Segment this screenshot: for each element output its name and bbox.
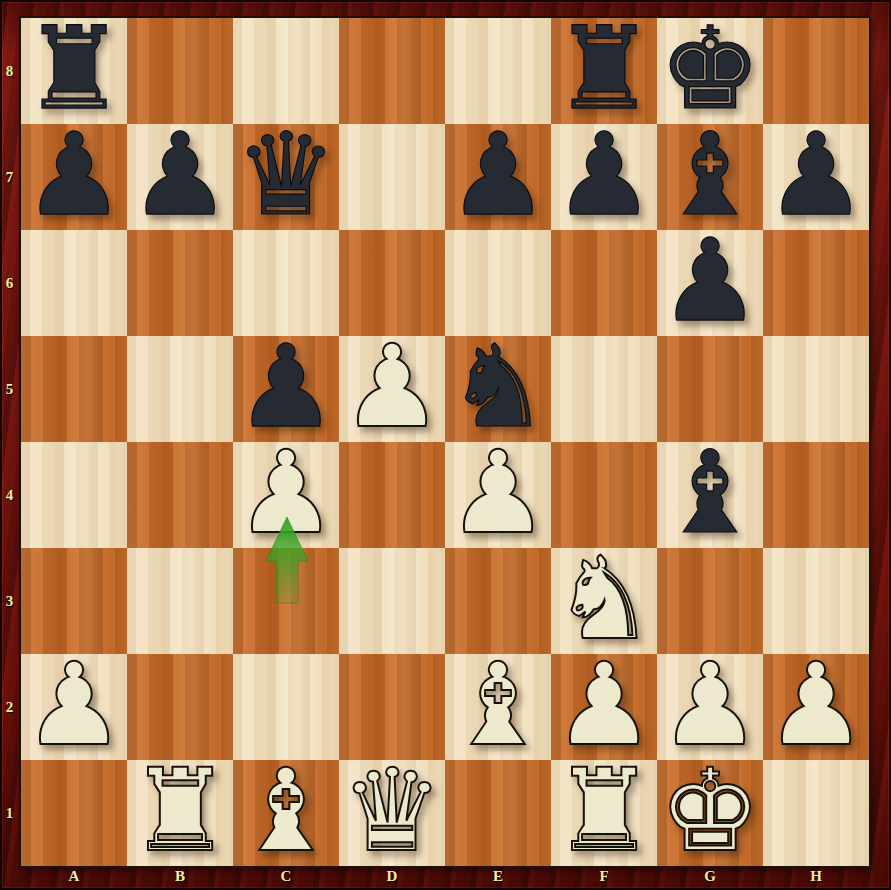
square-a6[interactable] bbox=[21, 230, 127, 336]
piece-black-knight-e5[interactable]: ♞ bbox=[447, 334, 549, 440]
square-h7[interactable]: ♟ bbox=[763, 124, 869, 230]
square-c4[interactable]: ♟ bbox=[233, 442, 339, 548]
square-g6[interactable]: ♟ bbox=[657, 230, 763, 336]
square-c1[interactable]: ♝ bbox=[233, 760, 339, 866]
square-h1[interactable] bbox=[763, 760, 869, 866]
piece-white-pawn-a2[interactable]: ♟ bbox=[23, 652, 125, 758]
square-b1[interactable]: ♜ bbox=[127, 760, 233, 866]
file-label-g: G bbox=[704, 868, 716, 885]
piece-white-knight-f3[interactable]: ♞ bbox=[553, 546, 655, 652]
piece-white-pawn-c4[interactable]: ♟ bbox=[235, 440, 337, 546]
square-a5[interactable] bbox=[21, 336, 127, 442]
square-a4[interactable] bbox=[21, 442, 127, 548]
piece-black-pawn-a7[interactable]: ♟ bbox=[23, 122, 125, 228]
square-e7[interactable]: ♟ bbox=[445, 124, 551, 230]
chess-board: ♜♜♚♟♟♛♟♟♝♟♟♟♟♞♟♟♝♞♟♝♟♟♟♜♝♛♜♚ bbox=[19, 16, 871, 868]
rank-label-7: 7 bbox=[6, 169, 14, 186]
square-e4[interactable]: ♟ bbox=[445, 442, 551, 548]
square-a1[interactable] bbox=[21, 760, 127, 866]
square-d8[interactable] bbox=[339, 18, 445, 124]
piece-white-pawn-e4[interactable]: ♟ bbox=[447, 440, 549, 546]
square-e1[interactable] bbox=[445, 760, 551, 866]
square-f5[interactable] bbox=[551, 336, 657, 442]
piece-black-king-g8[interactable]: ♚ bbox=[659, 16, 761, 122]
piece-black-pawn-b7[interactable]: ♟ bbox=[129, 122, 231, 228]
square-d5[interactable]: ♟ bbox=[339, 336, 445, 442]
rank-label-6: 6 bbox=[6, 275, 14, 292]
rank-label-8: 8 bbox=[6, 63, 14, 80]
piece-white-pawn-d5[interactable]: ♟ bbox=[341, 334, 443, 440]
piece-black-rook-a8[interactable]: ♜ bbox=[23, 16, 125, 122]
piece-black-pawn-c5[interactable]: ♟ bbox=[235, 334, 337, 440]
rank-labels: 87654321 bbox=[0, 18, 19, 866]
file-label-c: C bbox=[281, 868, 292, 885]
piece-black-pawn-g6[interactable]: ♟ bbox=[659, 228, 761, 334]
chess-app: ♜♜♚♟♟♛♟♟♝♟♟♟♟♞♟♟♝♞♟♝♟♟♟♜♝♛♜♚ 87654321 AB… bbox=[0, 0, 891, 890]
square-e2[interactable]: ♝ bbox=[445, 654, 551, 760]
file-label-e: E bbox=[493, 868, 503, 885]
piece-white-pawn-g2[interactable]: ♟ bbox=[659, 652, 761, 758]
square-b7[interactable]: ♟ bbox=[127, 124, 233, 230]
square-d4[interactable] bbox=[339, 442, 445, 548]
rank-label-1: 1 bbox=[6, 805, 14, 822]
file-label-f: F bbox=[599, 868, 608, 885]
piece-white-bishop-c1[interactable]: ♝ bbox=[235, 758, 337, 864]
piece-white-pawn-f2[interactable]: ♟ bbox=[553, 652, 655, 758]
piece-black-pawn-f7[interactable]: ♟ bbox=[553, 122, 655, 228]
square-f6[interactable] bbox=[551, 230, 657, 336]
square-g1[interactable]: ♚ bbox=[657, 760, 763, 866]
square-b3[interactable] bbox=[127, 548, 233, 654]
file-label-d: D bbox=[387, 868, 398, 885]
square-a7[interactable]: ♟ bbox=[21, 124, 127, 230]
square-d7[interactable] bbox=[339, 124, 445, 230]
square-a2[interactable]: ♟ bbox=[21, 654, 127, 760]
square-b5[interactable] bbox=[127, 336, 233, 442]
rank-label-4: 4 bbox=[6, 487, 14, 504]
piece-white-rook-b1[interactable]: ♜ bbox=[129, 758, 231, 864]
square-d1[interactable]: ♛ bbox=[339, 760, 445, 866]
square-b6[interactable] bbox=[127, 230, 233, 336]
square-c7[interactable]: ♛ bbox=[233, 124, 339, 230]
square-h4[interactable] bbox=[763, 442, 869, 548]
piece-white-bishop-e2[interactable]: ♝ bbox=[447, 652, 549, 758]
piece-black-bishop-g4[interactable]: ♝ bbox=[659, 440, 761, 546]
rank-label-5: 5 bbox=[6, 381, 14, 398]
rank-label-3: 3 bbox=[6, 593, 14, 610]
piece-white-king-g1[interactable]: ♚ bbox=[659, 758, 761, 864]
rank-label-2: 2 bbox=[6, 699, 14, 716]
square-h6[interactable] bbox=[763, 230, 869, 336]
file-label-a: A bbox=[69, 868, 80, 885]
square-f7[interactable]: ♟ bbox=[551, 124, 657, 230]
piece-white-rook-f1[interactable]: ♜ bbox=[553, 758, 655, 864]
square-h2[interactable]: ♟ bbox=[763, 654, 869, 760]
file-labels: ABCDEFGH bbox=[21, 866, 869, 886]
piece-black-pawn-h7[interactable]: ♟ bbox=[765, 122, 867, 228]
piece-black-bishop-g7[interactable]: ♝ bbox=[659, 122, 761, 228]
file-label-b: B bbox=[175, 868, 185, 885]
piece-black-pawn-e7[interactable]: ♟ bbox=[447, 122, 549, 228]
square-c3[interactable] bbox=[233, 548, 339, 654]
file-label-h: H bbox=[810, 868, 822, 885]
piece-black-rook-f8[interactable]: ♜ bbox=[553, 16, 655, 122]
square-g4[interactable]: ♝ bbox=[657, 442, 763, 548]
square-b4[interactable] bbox=[127, 442, 233, 548]
square-f1[interactable]: ♜ bbox=[551, 760, 657, 866]
square-d3[interactable] bbox=[339, 548, 445, 654]
piece-white-queen-d1[interactable]: ♛ bbox=[341, 758, 443, 864]
piece-black-queen-c7[interactable]: ♛ bbox=[235, 122, 337, 228]
piece-white-pawn-h2[interactable]: ♟ bbox=[765, 652, 867, 758]
square-h5[interactable] bbox=[763, 336, 869, 442]
